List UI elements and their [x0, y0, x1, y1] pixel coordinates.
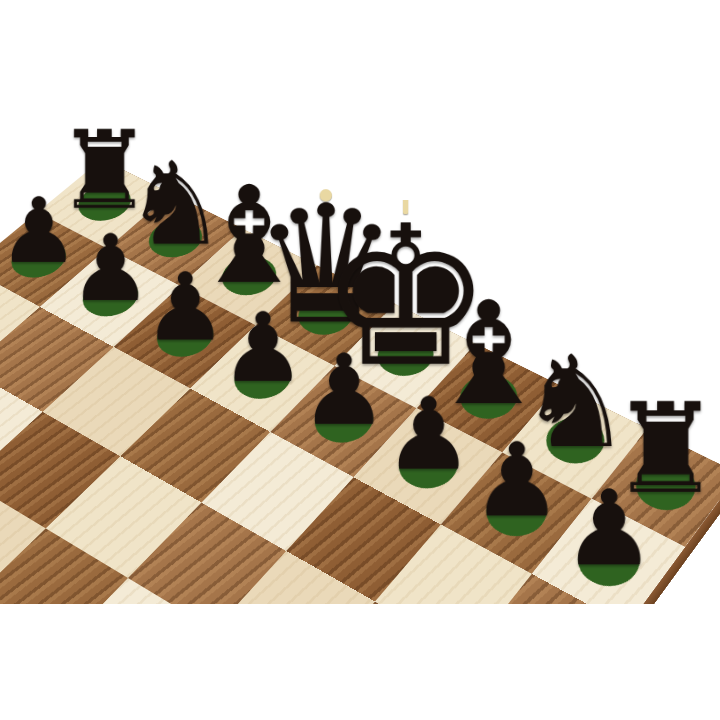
photo-crop-strip	[0, 604, 720, 720]
product-photo-frame: ♜♞♝♛♚♝♞♜♟♟♟♟♟♟♟♟	[0, 0, 720, 720]
king-finial-spike	[403, 191, 408, 214]
